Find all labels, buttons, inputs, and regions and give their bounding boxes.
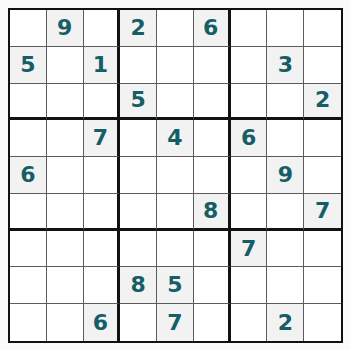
sudoku-board: 926513527466987785672 — [8, 8, 343, 343]
cell-r5c5[interactable] — [157, 157, 194, 194]
cell-r8c6[interactable] — [194, 267, 231, 304]
cell-r8c7[interactable] — [231, 267, 268, 304]
cell-r3c8[interactable] — [267, 84, 304, 121]
cell-r1c2[interactable]: 9 — [47, 10, 84, 47]
cell-r8c4[interactable]: 8 — [120, 267, 157, 304]
cell-r8c1[interactable] — [10, 267, 47, 304]
cell-r7c3[interactable] — [84, 231, 121, 268]
cell-r3c1[interactable] — [10, 84, 47, 121]
cell-r8c9[interactable] — [304, 267, 341, 304]
cell-r6c1[interactable] — [10, 194, 47, 231]
cell-r1c3[interactable] — [84, 10, 121, 47]
cell-r7c4[interactable] — [120, 231, 157, 268]
cell-r9c9[interactable] — [304, 304, 341, 341]
cell-r9c5[interactable]: 7 — [157, 304, 194, 341]
cell-r9c8[interactable]: 2 — [267, 304, 304, 341]
cell-r4c1[interactable] — [10, 120, 47, 157]
cell-r9c4[interactable] — [120, 304, 157, 341]
cell-r1c7[interactable] — [231, 10, 268, 47]
cell-r4c6[interactable] — [194, 120, 231, 157]
cell-r7c7[interactable]: 7 — [231, 231, 268, 268]
cell-r2c4[interactable] — [120, 47, 157, 84]
cell-r2c9[interactable] — [304, 47, 341, 84]
cell-r3c9[interactable]: 2 — [304, 84, 341, 121]
cell-r5c6[interactable] — [194, 157, 231, 194]
cell-r5c2[interactable] — [47, 157, 84, 194]
cell-r9c3[interactable]: 6 — [84, 304, 121, 341]
cell-r1c8[interactable] — [267, 10, 304, 47]
cell-r4c5[interactable]: 4 — [157, 120, 194, 157]
cell-r2c6[interactable] — [194, 47, 231, 84]
cell-r6c4[interactable] — [120, 194, 157, 231]
cell-r7c8[interactable] — [267, 231, 304, 268]
cell-r8c2[interactable] — [47, 267, 84, 304]
cell-r1c4[interactable]: 2 — [120, 10, 157, 47]
cell-r9c7[interactable] — [231, 304, 268, 341]
cell-r6c6[interactable]: 8 — [194, 194, 231, 231]
cell-r3c7[interactable] — [231, 84, 268, 121]
cell-r2c2[interactable] — [47, 47, 84, 84]
cell-r5c1[interactable]: 6 — [10, 157, 47, 194]
cell-r7c5[interactable] — [157, 231, 194, 268]
cell-r2c5[interactable] — [157, 47, 194, 84]
cell-r3c5[interactable] — [157, 84, 194, 121]
cell-r7c1[interactable] — [10, 231, 47, 268]
cell-r7c9[interactable] — [304, 231, 341, 268]
cell-r4c7[interactable]: 6 — [231, 120, 268, 157]
cell-r3c6[interactable] — [194, 84, 231, 121]
cell-r5c3[interactable] — [84, 157, 121, 194]
cell-r5c9[interactable] — [304, 157, 341, 194]
cell-r2c3[interactable]: 1 — [84, 47, 121, 84]
cell-r6c5[interactable] — [157, 194, 194, 231]
cell-r6c3[interactable] — [84, 194, 121, 231]
cell-r2c7[interactable] — [231, 47, 268, 84]
cell-r5c7[interactable] — [231, 157, 268, 194]
cell-r4c8[interactable] — [267, 120, 304, 157]
cell-r5c4[interactable] — [120, 157, 157, 194]
cell-r5c8[interactable]: 9 — [267, 157, 304, 194]
cell-r6c2[interactable] — [47, 194, 84, 231]
cell-r3c2[interactable] — [47, 84, 84, 121]
cell-r8c5[interactable]: 5 — [157, 267, 194, 304]
cell-r9c1[interactable] — [10, 304, 47, 341]
cell-r4c2[interactable] — [47, 120, 84, 157]
cell-r4c9[interactable] — [304, 120, 341, 157]
cell-r8c8[interactable] — [267, 267, 304, 304]
cell-r1c6[interactable]: 6 — [194, 10, 231, 47]
cell-r4c4[interactable] — [120, 120, 157, 157]
cell-r2c8[interactable]: 3 — [267, 47, 304, 84]
cell-r4c3[interactable]: 7 — [84, 120, 121, 157]
cell-r2c1[interactable]: 5 — [10, 47, 47, 84]
cell-r8c3[interactable] — [84, 267, 121, 304]
cell-r7c2[interactable] — [47, 231, 84, 268]
cell-r1c9[interactable] — [304, 10, 341, 47]
cell-r3c4[interactable]: 5 — [120, 84, 157, 121]
cell-r9c6[interactable] — [194, 304, 231, 341]
cell-r6c8[interactable] — [267, 194, 304, 231]
cell-r3c3[interactable] — [84, 84, 121, 121]
cell-r1c1[interactable] — [10, 10, 47, 47]
cell-r1c5[interactable] — [157, 10, 194, 47]
cell-r6c9[interactable]: 7 — [304, 194, 341, 231]
cell-r7c6[interactable] — [194, 231, 231, 268]
cell-r9c2[interactable] — [47, 304, 84, 341]
cell-r6c7[interactable] — [231, 194, 268, 231]
